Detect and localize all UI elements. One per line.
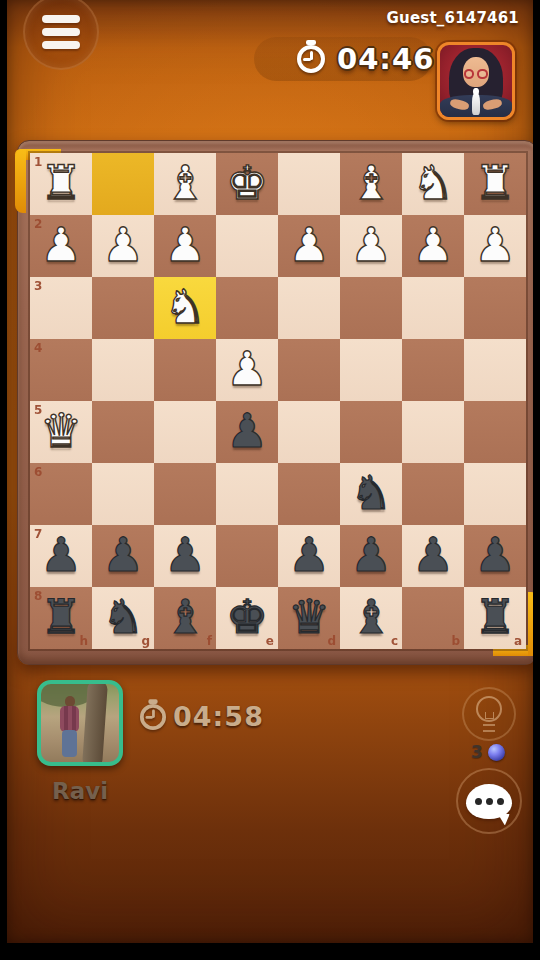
- hamburger-icon: [42, 41, 80, 49]
- player-clock: 04:58: [173, 701, 264, 732]
- file-label: h: [79, 634, 88, 648]
- board-grid: 1♜♝♚♝♞♜2♟♟♟♟♟♟♟3♞4♟5♛♟6♞7♟♟♟♟♟♟♟8h♜g♞f♝e…: [30, 153, 526, 649]
- square-a4[interactable]: [464, 339, 526, 401]
- opponent-avatar[interactable]: [437, 42, 515, 120]
- white-knight[interactable]: ♞: [412, 159, 454, 206]
- rank-label: 4: [34, 341, 42, 355]
- chat-button[interactable]: [456, 768, 522, 834]
- square-e7[interactable]: [216, 525, 278, 587]
- square-b1[interactable]: ♞: [402, 153, 464, 215]
- square-c3[interactable]: [340, 277, 402, 339]
- white-pawn[interactable]: ♟: [102, 221, 144, 268]
- square-c8[interactable]: c♝: [340, 587, 402, 649]
- glasses-icon: [477, 69, 487, 78]
- square-f3[interactable]: ♞: [154, 277, 216, 339]
- rank-label: 2: [34, 217, 42, 231]
- square-e2[interactable]: [216, 215, 278, 277]
- file-label: e: [266, 634, 274, 648]
- square-a5[interactable]: [464, 401, 526, 463]
- white-pawn[interactable]: ♟: [474, 221, 516, 268]
- white-pawn[interactable]: ♟: [40, 221, 82, 268]
- square-c1[interactable]: ♝: [340, 153, 402, 215]
- square-a2[interactable]: ♟: [464, 215, 526, 277]
- square-d7[interactable]: ♟: [278, 525, 340, 587]
- white-pawn[interactable]: ♟: [226, 345, 268, 392]
- square-h2[interactable]: 2♟: [30, 215, 92, 277]
- board-corner-accent: [528, 592, 533, 656]
- board-corner-accent: [15, 149, 26, 213]
- square-c5[interactable]: [340, 401, 402, 463]
- chess-piece-icon: [472, 93, 479, 115]
- square-b2[interactable]: ♟: [402, 215, 464, 277]
- square-d3[interactable]: [278, 277, 340, 339]
- white-queen[interactable]: ♛: [40, 407, 82, 454]
- square-b5[interactable]: [402, 401, 464, 463]
- chat-bubble-icon: [466, 784, 512, 819]
- square-f5[interactable]: [154, 401, 216, 463]
- square-c6[interactable]: ♞: [340, 463, 402, 525]
- square-g1[interactable]: [92, 153, 154, 215]
- square-c7[interactable]: ♟: [340, 525, 402, 587]
- rank-label: 1: [34, 155, 42, 169]
- chess-board-frame: 1♜♝♚♝♞♜2♟♟♟♟♟♟♟3♞4♟5♛♟6♞7♟♟♟♟♟♟♟8h♜g♞f♝e…: [17, 140, 533, 665]
- square-e1[interactable]: ♚: [216, 153, 278, 215]
- lightbulb-icon: [476, 696, 502, 722]
- stopwatch-icon: [140, 704, 166, 730]
- square-f2[interactable]: ♟: [154, 215, 216, 277]
- hint-button[interactable]: [462, 687, 516, 741]
- square-b3[interactable]: [402, 277, 464, 339]
- square-f7[interactable]: ♟: [154, 525, 216, 587]
- hamburger-icon: [42, 15, 80, 23]
- white-pawn[interactable]: ♟: [164, 221, 206, 268]
- square-g6[interactable]: [92, 463, 154, 525]
- black-pawn[interactable]: ♟: [226, 407, 268, 454]
- black-pawn[interactable]: ♟: [350, 531, 392, 578]
- square-a7[interactable]: ♟: [464, 525, 526, 587]
- square-h5[interactable]: 5♛: [30, 401, 92, 463]
- black-rook[interactable]: ♜: [40, 593, 82, 640]
- rank-label: 5: [34, 403, 42, 417]
- glasses-icon: [464, 69, 474, 78]
- square-e6[interactable]: [216, 463, 278, 525]
- game-screen: Guest_6147461 04:46 1♜♝♚♝♞♜2♟♟♟♟♟♟♟3♞4♟5…: [7, 0, 533, 943]
- square-d1[interactable]: [278, 153, 340, 215]
- black-rook[interactable]: ♜: [474, 593, 516, 640]
- file-label: b: [451, 634, 460, 648]
- stopwatch-icon: [297, 45, 325, 73]
- square-h4[interactable]: 4: [30, 339, 92, 401]
- square-a3[interactable]: [464, 277, 526, 339]
- square-d5[interactable]: [278, 401, 340, 463]
- square-c4[interactable]: [340, 339, 402, 401]
- white-pawn[interactable]: ♟: [412, 221, 454, 268]
- square-b4[interactable]: [402, 339, 464, 401]
- white-bishop[interactable]: ♝: [164, 159, 206, 206]
- white-rook[interactable]: ♜: [474, 159, 516, 206]
- rank-label: 3: [34, 279, 42, 293]
- square-d6[interactable]: [278, 463, 340, 525]
- square-h1[interactable]: 1♜: [30, 153, 92, 215]
- square-f8[interactable]: f♝: [154, 587, 216, 649]
- square-f1[interactable]: ♝: [154, 153, 216, 215]
- square-a6[interactable]: [464, 463, 526, 525]
- square-b6[interactable]: [402, 463, 464, 525]
- square-a1[interactable]: ♜: [464, 153, 526, 215]
- square-f6[interactable]: [154, 463, 216, 525]
- player-name: Ravi: [25, 778, 135, 804]
- avatar-person-jeans: [62, 730, 77, 757]
- file-label: c: [391, 634, 398, 648]
- hint-count-row: 3: [471, 742, 505, 762]
- white-bishop[interactable]: ♝: [350, 159, 392, 206]
- square-d4[interactable]: [278, 339, 340, 401]
- rank-label: 8: [34, 589, 42, 603]
- white-pawn[interactable]: ♟: [288, 221, 330, 268]
- square-a8[interactable]: a♜: [464, 587, 526, 649]
- square-b8[interactable]: b: [402, 587, 464, 649]
- hamburger-icon: [42, 28, 80, 36]
- black-pawn[interactable]: ♟: [102, 531, 144, 578]
- square-g4[interactable]: [92, 339, 154, 401]
- player-avatar[interactable]: [37, 680, 123, 766]
- black-knight[interactable]: ♞: [350, 469, 392, 516]
- black-pawn[interactable]: ♟: [164, 531, 206, 578]
- white-rook[interactable]: ♜: [40, 159, 82, 206]
- black-bishop[interactable]: ♝: [164, 593, 206, 640]
- menu-button[interactable]: [23, 0, 99, 70]
- square-g2[interactable]: ♟: [92, 215, 154, 277]
- white-king[interactable]: ♚: [226, 159, 268, 206]
- black-queen[interactable]: ♛: [288, 593, 330, 640]
- file-label: d: [327, 634, 336, 648]
- square-e3[interactable]: [216, 277, 278, 339]
- square-c2[interactable]: ♟: [340, 215, 402, 277]
- rank-label: 7: [34, 527, 42, 541]
- square-g7[interactable]: ♟: [92, 525, 154, 587]
- square-b7[interactable]: ♟: [402, 525, 464, 587]
- phone-frame: Guest_6147461 04:46 1♜♝♚♝♞♜2♟♟♟♟♟♟♟3♞4♟5…: [0, 0, 540, 960]
- black-pawn[interactable]: ♟: [412, 531, 454, 578]
- rank-label: 6: [34, 465, 42, 479]
- white-pawn[interactable]: ♟: [350, 221, 392, 268]
- square-g5[interactable]: [92, 401, 154, 463]
- black-pawn[interactable]: ♟: [40, 531, 82, 578]
- square-d2[interactable]: ♟: [278, 215, 340, 277]
- black-pawn[interactable]: ♟: [288, 531, 330, 578]
- square-g8[interactable]: g♞: [92, 587, 154, 649]
- square-h8[interactable]: 8h♜: [30, 587, 92, 649]
- black-pawn[interactable]: ♟: [474, 531, 516, 578]
- black-knight[interactable]: ♞: [102, 593, 144, 640]
- file-label: a: [514, 634, 522, 648]
- gem-icon: [488, 744, 505, 761]
- hint-count: 3: [471, 742, 483, 762]
- lightbulb-base: [483, 724, 495, 732]
- opponent-clock: 04:46: [337, 42, 434, 76]
- file-label: f: [207, 634, 212, 648]
- black-bishop[interactable]: ♝: [350, 593, 392, 640]
- square-f4[interactable]: [154, 339, 216, 401]
- square-g3[interactable]: [92, 277, 154, 339]
- square-e5[interactable]: ♟: [216, 401, 278, 463]
- square-h6[interactable]: 6: [30, 463, 92, 525]
- square-h3[interactable]: 3: [30, 277, 92, 339]
- opponent-username: Guest_6147461: [387, 9, 519, 27]
- black-king[interactable]: ♚: [226, 593, 268, 640]
- file-label: g: [141, 634, 150, 648]
- white-knight[interactable]: ♞: [164, 283, 206, 330]
- avatar-person-shirt: [60, 706, 80, 732]
- square-e4[interactable]: ♟: [216, 339, 278, 401]
- square-h7[interactable]: 7♟: [30, 525, 92, 587]
- square-e8[interactable]: e♚: [216, 587, 278, 649]
- square-d8[interactable]: d♛: [278, 587, 340, 649]
